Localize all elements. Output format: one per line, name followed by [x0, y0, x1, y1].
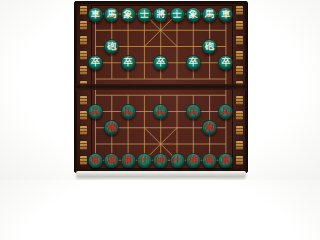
gold-ornament-glyph [236, 36, 243, 45]
piece-red-horse[interactable]: 馬 [202, 153, 217, 168]
xiangqi-board[interactable] [74, 1, 248, 173]
piece-red-horse[interactable]: 馬 [104, 153, 119, 168]
piece-black-horse[interactable]: 馬 [202, 7, 217, 22]
piece-glyph: 炮 [205, 123, 214, 132]
gold-ornament-glyph [80, 66, 87, 75]
gold-ornament-glyph [80, 111, 87, 120]
piece-glyph: 兵 [189, 107, 198, 116]
gold-ornament-glyph [236, 96, 243, 105]
piece-glyph: 兵 [91, 107, 100, 116]
piece-glyph: 帥 [156, 155, 165, 164]
piece-glyph: 馬 [107, 9, 116, 18]
piece-glyph: 象 [189, 9, 198, 18]
gold-ornament-glyph [80, 96, 87, 105]
piece-glyph: 將 [156, 9, 165, 18]
piece-black-horse[interactable]: 馬 [104, 7, 119, 22]
gold-ornament-glyph [236, 66, 243, 75]
piece-black-cannon[interactable]: 砲 [202, 39, 217, 54]
piece-black-general[interactable]: 將 [153, 7, 168, 22]
piece-glyph: 士 [140, 9, 149, 18]
piece-black-chariot[interactable]: 車 [88, 7, 103, 22]
piece-red-advisor[interactable]: 仕 [170, 153, 185, 168]
gold-ornament-glyph [80, 156, 87, 165]
piece-red-soldier[interactable]: 兵 [88, 104, 103, 119]
piece-glyph: 卒 [156, 58, 165, 67]
piece-glyph: 相 [124, 155, 133, 164]
board-fold-seam [75, 84, 247, 90]
gold-ornament-glyph [236, 156, 243, 165]
piece-glyph: 車 [91, 9, 100, 18]
piece-glyph: 車 [221, 9, 230, 18]
piece-glyph: 象 [124, 9, 133, 18]
gold-ornament-glyph [80, 21, 87, 30]
piece-black-chariot[interactable]: 車 [218, 7, 233, 22]
piece-red-elephant[interactable]: 相 [186, 153, 201, 168]
piece-glyph: 兵 [156, 107, 165, 116]
piece-black-elephant[interactable]: 象 [186, 7, 201, 22]
piece-glyph: 砲 [205, 42, 214, 51]
piece-glyph: 馬 [205, 9, 214, 18]
piece-glyph: 卒 [124, 58, 133, 67]
piece-glyph: 仕 [140, 155, 149, 164]
piece-glyph: 馬 [205, 155, 214, 164]
piece-red-elephant[interactable]: 相 [121, 153, 136, 168]
piece-glyph: 相 [189, 155, 198, 164]
photo-scene: 車馬象士將士象馬車砲砲卒卒卒卒卒兵兵兵兵兵炮炮車馬相仕帥仕相馬車 [0, 0, 320, 180]
piece-glyph: 兵 [221, 107, 230, 116]
gold-ornament-glyph [236, 111, 243, 120]
gold-ornament-glyph [236, 126, 243, 135]
piece-glyph: 卒 [91, 58, 100, 67]
piece-black-soldier[interactable]: 卒 [121, 55, 136, 70]
gold-ornament-glyph [80, 141, 87, 150]
piece-red-soldier[interactable]: 兵 [121, 104, 136, 119]
gold-ornament-glyph [80, 51, 87, 60]
piece-glyph: 士 [173, 9, 182, 18]
piece-glyph: 車 [221, 155, 230, 164]
gold-ornament-glyph [80, 126, 87, 135]
piece-glyph: 馬 [107, 155, 116, 164]
gold-ornament-glyph [80, 36, 87, 45]
piece-glyph: 砲 [107, 42, 116, 51]
gold-ornament-glyph [236, 6, 243, 15]
piece-black-advisor[interactable]: 士 [170, 7, 185, 22]
piece-glyph: 炮 [107, 123, 116, 132]
gold-ornament-glyph [236, 141, 243, 150]
piece-glyph: 車 [91, 155, 100, 164]
piece-glyph: 仕 [173, 155, 182, 164]
board-box-side-edge [76, 171, 246, 177]
piece-red-chariot[interactable]: 車 [88, 153, 103, 168]
piece-red-soldier[interactable]: 兵 [186, 104, 201, 119]
piece-glyph: 卒 [221, 58, 230, 67]
piece-black-elephant[interactable]: 象 [121, 7, 136, 22]
gold-ornament-glyph [80, 6, 87, 15]
piece-black-soldier[interactable]: 卒 [186, 55, 201, 70]
piece-black-advisor[interactable]: 士 [137, 7, 152, 22]
piece-red-advisor[interactable]: 仕 [137, 153, 152, 168]
gold-ornament-glyph [236, 21, 243, 30]
piece-red-general[interactable]: 帥 [153, 153, 168, 168]
gold-ornament-glyph [236, 51, 243, 60]
piece-glyph: 兵 [124, 107, 133, 116]
piece-glyph: 卒 [189, 58, 198, 67]
